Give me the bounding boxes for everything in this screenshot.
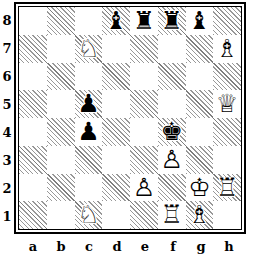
square-h4[interactable] <box>213 118 241 146</box>
square-f3[interactable]: ♟♙ <box>158 146 186 174</box>
white-pawn-icon: ♙ <box>158 146 186 174</box>
file-label-c: c <box>75 239 103 254</box>
square-g4[interactable] <box>186 118 214 146</box>
white-pawn-icon: ♙ <box>130 174 158 202</box>
square-c6[interactable] <box>75 63 103 91</box>
white-pawn-fill: ♟ <box>158 146 186 174</box>
square-b8[interactable] <box>47 7 75 35</box>
file-label-h: h <box>215 239 243 254</box>
square-e2[interactable]: ♟♙ <box>130 174 158 202</box>
rank-label-7: 7 <box>0 35 14 63</box>
square-e1[interactable] <box>130 201 158 229</box>
square-b3[interactable] <box>47 146 75 174</box>
square-c1[interactable]: ♞♘ <box>75 201 103 229</box>
square-e6[interactable] <box>130 63 158 91</box>
square-a1[interactable] <box>19 201 47 229</box>
white-bishop-fill: ♝ <box>213 35 241 63</box>
square-c2[interactable] <box>75 174 103 202</box>
file-label-d: d <box>103 239 131 254</box>
square-h8[interactable] <box>213 7 241 35</box>
black-pawn-icon: ♟ <box>75 118 103 146</box>
square-h3[interactable] <box>213 146 241 174</box>
square-f6[interactable] <box>158 63 186 91</box>
square-c8[interactable] <box>75 7 103 35</box>
square-c4[interactable]: ♟ <box>75 118 103 146</box>
square-f5[interactable] <box>158 90 186 118</box>
square-e5[interactable] <box>130 90 158 118</box>
board-frame: ♝♜♜♝♞♘♝♗♟♛♕♟♚♟♙♟♙♚♔♜♖♞♘♜♖♝♗ <box>14 2 246 234</box>
square-e4[interactable] <box>130 118 158 146</box>
board: ♝♜♜♝♞♘♝♗♟♛♕♟♚♟♙♟♙♚♔♜♖♞♘♜♖♝♗ <box>18 6 242 230</box>
square-a7[interactable] <box>19 35 47 63</box>
square-f7[interactable] <box>158 35 186 63</box>
rank-label-6: 6 <box>0 63 14 91</box>
square-f1[interactable]: ♜♖ <box>158 201 186 229</box>
black-bishop-icon: ♝ <box>186 7 214 35</box>
square-c5[interactable]: ♟ <box>75 90 103 118</box>
square-g1[interactable]: ♝♗ <box>186 201 214 229</box>
square-b7[interactable] <box>47 35 75 63</box>
square-h1[interactable] <box>213 201 241 229</box>
file-label-g: g <box>187 239 215 254</box>
white-knight-fill: ♞ <box>75 35 103 63</box>
board-and-coordinates: 87654321 ♝♜♜♝♞♘♝♗♟♛♕♟♚♟♙♟♙♚♔♜♖♞♘♜♖♝♗ abc… <box>0 2 248 256</box>
file-label-f: f <box>159 239 187 254</box>
square-b1[interactable] <box>47 201 75 229</box>
white-rook-fill: ♜ <box>213 174 241 202</box>
white-queen-icon: ♕ <box>213 90 241 118</box>
square-e3[interactable] <box>130 146 158 174</box>
square-d3[interactable] <box>102 146 130 174</box>
white-bishop-fill: ♝ <box>186 201 214 229</box>
white-rook-fill: ♜ <box>158 201 186 229</box>
file-labels: abcdefgh <box>14 236 248 256</box>
square-e7[interactable] <box>130 35 158 63</box>
file-label-e: e <box>131 239 159 254</box>
file-label-a: a <box>19 239 47 254</box>
square-d2[interactable] <box>102 174 130 202</box>
square-g6[interactable] <box>186 63 214 91</box>
black-bishop-icon: ♝ <box>102 7 130 35</box>
square-h2[interactable]: ♜♖ <box>213 174 241 202</box>
square-c7[interactable]: ♞♘ <box>75 35 103 63</box>
white-pawn-fill: ♟ <box>130 174 158 202</box>
square-a6[interactable] <box>19 63 47 91</box>
white-rook-icon: ♖ <box>158 201 186 229</box>
white-knight-icon: ♘ <box>75 201 103 229</box>
square-a2[interactable] <box>19 174 47 202</box>
rank-label-8: 8 <box>0 7 14 35</box>
square-d7[interactable] <box>102 35 130 63</box>
rank-label-3: 3 <box>0 147 14 175</box>
square-d1[interactable] <box>102 201 130 229</box>
square-a4[interactable] <box>19 118 47 146</box>
square-b5[interactable] <box>47 90 75 118</box>
rank-label-4: 4 <box>0 119 14 147</box>
square-h7[interactable]: ♝♗ <box>213 35 241 63</box>
square-b4[interactable] <box>47 118 75 146</box>
square-e8[interactable]: ♜ <box>130 7 158 35</box>
square-f4[interactable]: ♚ <box>158 118 186 146</box>
white-king-fill: ♚ <box>186 174 214 202</box>
white-queen-fill: ♛ <box>213 90 241 118</box>
rank-label-5: 5 <box>0 91 14 119</box>
square-f8[interactable]: ♜ <box>158 7 186 35</box>
square-d6[interactable] <box>102 63 130 91</box>
chess-diagram: 87654321 ♝♜♜♝♞♘♝♗♟♛♕♟♚♟♙♟♙♚♔♜♖♞♘♜♖♝♗ abc… <box>0 0 253 256</box>
square-h5[interactable]: ♛♕ <box>213 90 241 118</box>
square-d4[interactable] <box>102 118 130 146</box>
black-pawn-icon: ♟ <box>75 90 103 118</box>
white-bishop-icon: ♗ <box>213 35 241 63</box>
white-knight-fill: ♞ <box>75 201 103 229</box>
black-rook-icon: ♜ <box>130 7 158 35</box>
black-rook-icon: ♜ <box>158 7 186 35</box>
square-f2[interactable] <box>158 174 186 202</box>
square-c3[interactable] <box>75 146 103 174</box>
square-a5[interactable] <box>19 90 47 118</box>
rank-label-2: 2 <box>0 175 14 203</box>
square-g3[interactable] <box>186 146 214 174</box>
square-g7[interactable] <box>186 35 214 63</box>
square-b2[interactable] <box>47 174 75 202</box>
rank-label-1: 1 <box>0 203 14 231</box>
square-a3[interactable] <box>19 146 47 174</box>
white-king-icon: ♔ <box>186 174 214 202</box>
square-g2[interactable]: ♚♔ <box>186 174 214 202</box>
rank-labels: 87654321 <box>0 2 14 236</box>
square-g5[interactable] <box>186 90 214 118</box>
square-d8[interactable]: ♝ <box>102 7 130 35</box>
square-d5[interactable] <box>102 90 130 118</box>
white-knight-icon: ♘ <box>75 35 103 63</box>
square-b6[interactable] <box>47 63 75 91</box>
white-bishop-icon: ♗ <box>186 201 214 229</box>
square-a8[interactable] <box>19 7 47 35</box>
file-label-b: b <box>47 239 75 254</box>
square-h6[interactable] <box>213 63 241 91</box>
square-g8[interactable]: ♝ <box>186 7 214 35</box>
black-king-icon: ♚ <box>158 118 186 146</box>
white-rook-icon: ♖ <box>213 174 241 202</box>
